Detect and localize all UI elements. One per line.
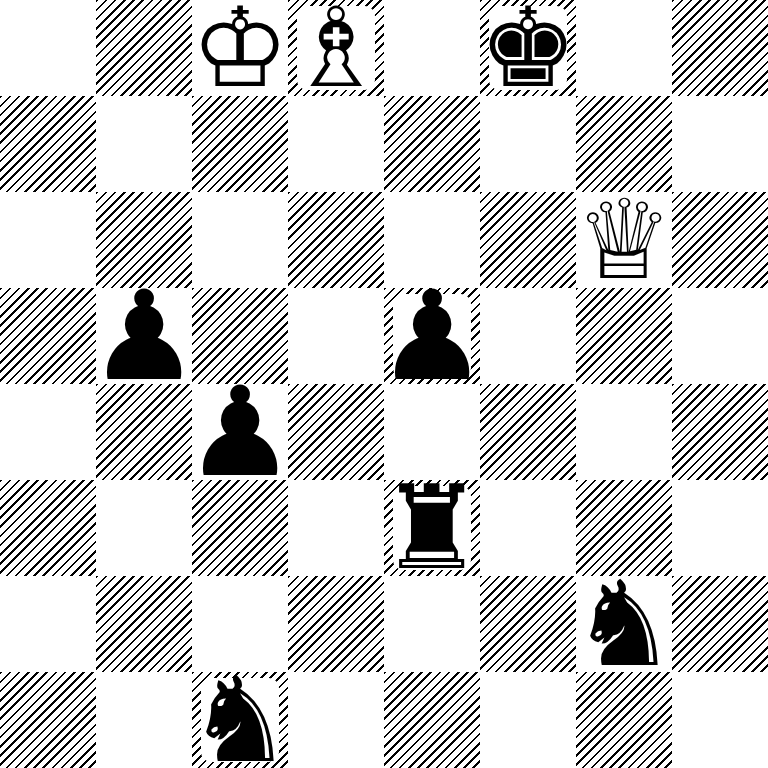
square-b4[interactable] [96, 384, 192, 480]
square-d7[interactable] [288, 96, 384, 192]
square-g4[interactable] [576, 384, 672, 480]
square-g8[interactable] [576, 0, 672, 96]
white-bishop-icon[interactable]: ♗ [288, 0, 384, 96]
square-d5[interactable] [288, 288, 384, 384]
square-d6[interactable] [288, 192, 384, 288]
square-c8[interactable]: ♔ [192, 0, 288, 96]
square-f4[interactable] [480, 384, 576, 480]
square-e1[interactable] [384, 672, 480, 768]
square-d2[interactable] [288, 576, 384, 672]
square-g3[interactable] [576, 480, 672, 576]
square-g1[interactable] [576, 672, 672, 768]
square-g5[interactable] [576, 288, 672, 384]
black-pawn-icon[interactable]: ♟ [384, 288, 480, 384]
square-a4[interactable] [0, 384, 96, 480]
square-e8[interactable] [384, 0, 480, 96]
square-b7[interactable] [96, 96, 192, 192]
square-h8[interactable] [672, 0, 768, 96]
square-d3[interactable] [288, 480, 384, 576]
square-b3[interactable] [96, 480, 192, 576]
square-f2[interactable] [480, 576, 576, 672]
square-b1[interactable] [96, 672, 192, 768]
black-knight-icon[interactable]: ♞ [192, 672, 288, 768]
black-rook-icon[interactable]: ♜ [384, 480, 480, 576]
square-f1[interactable] [480, 672, 576, 768]
square-c6[interactable] [192, 192, 288, 288]
square-h5[interactable] [672, 288, 768, 384]
square-f6[interactable] [480, 192, 576, 288]
square-e2[interactable] [384, 576, 480, 672]
square-g2[interactable]: ♞ [576, 576, 672, 672]
white-king-icon[interactable]: ♔ [192, 0, 288, 96]
square-h2[interactable] [672, 576, 768, 672]
square-f3[interactable] [480, 480, 576, 576]
square-c1[interactable]: ♞ [192, 672, 288, 768]
black-king-icon[interactable]: ♚ [480, 0, 576, 96]
square-d4[interactable] [288, 384, 384, 480]
square-g7[interactable] [576, 96, 672, 192]
square-b2[interactable] [96, 576, 192, 672]
square-e3[interactable]: ♜ [384, 480, 480, 576]
square-h6[interactable] [672, 192, 768, 288]
square-a1[interactable] [0, 672, 96, 768]
square-b6[interactable] [96, 192, 192, 288]
square-a7[interactable] [0, 96, 96, 192]
square-g6[interactable]: ♕ [576, 192, 672, 288]
square-h7[interactable] [672, 96, 768, 192]
square-f7[interactable] [480, 96, 576, 192]
square-c5[interactable] [192, 288, 288, 384]
black-pawn-icon[interactable]: ♟ [192, 384, 288, 480]
square-a8[interactable] [0, 0, 96, 96]
white-queen-icon[interactable]: ♕ [576, 192, 672, 288]
square-b5[interactable]: ♟ [96, 288, 192, 384]
square-f8[interactable]: ♚ [480, 0, 576, 96]
black-knight-icon[interactable]: ♞ [576, 576, 672, 672]
square-h4[interactable] [672, 384, 768, 480]
black-pawn-icon[interactable]: ♟ [96, 288, 192, 384]
square-d8[interactable]: ♗ [288, 0, 384, 96]
square-a6[interactable] [0, 192, 96, 288]
square-b8[interactable] [96, 0, 192, 96]
square-d1[interactable] [288, 672, 384, 768]
square-a3[interactable] [0, 480, 96, 576]
square-e7[interactable] [384, 96, 480, 192]
square-c7[interactable] [192, 96, 288, 192]
square-e6[interactable] [384, 192, 480, 288]
square-c2[interactable] [192, 576, 288, 672]
square-h3[interactable] [672, 480, 768, 576]
square-e4[interactable] [384, 384, 480, 480]
square-a5[interactable] [0, 288, 96, 384]
square-c4[interactable]: ♟ [192, 384, 288, 480]
square-c3[interactable] [192, 480, 288, 576]
square-a2[interactable] [0, 576, 96, 672]
square-h1[interactable] [672, 672, 768, 768]
chess-board: ♔♗♚♕♟♟♟♜♞♞ [0, 0, 768, 768]
square-f5[interactable] [480, 288, 576, 384]
square-e5[interactable]: ♟ [384, 288, 480, 384]
